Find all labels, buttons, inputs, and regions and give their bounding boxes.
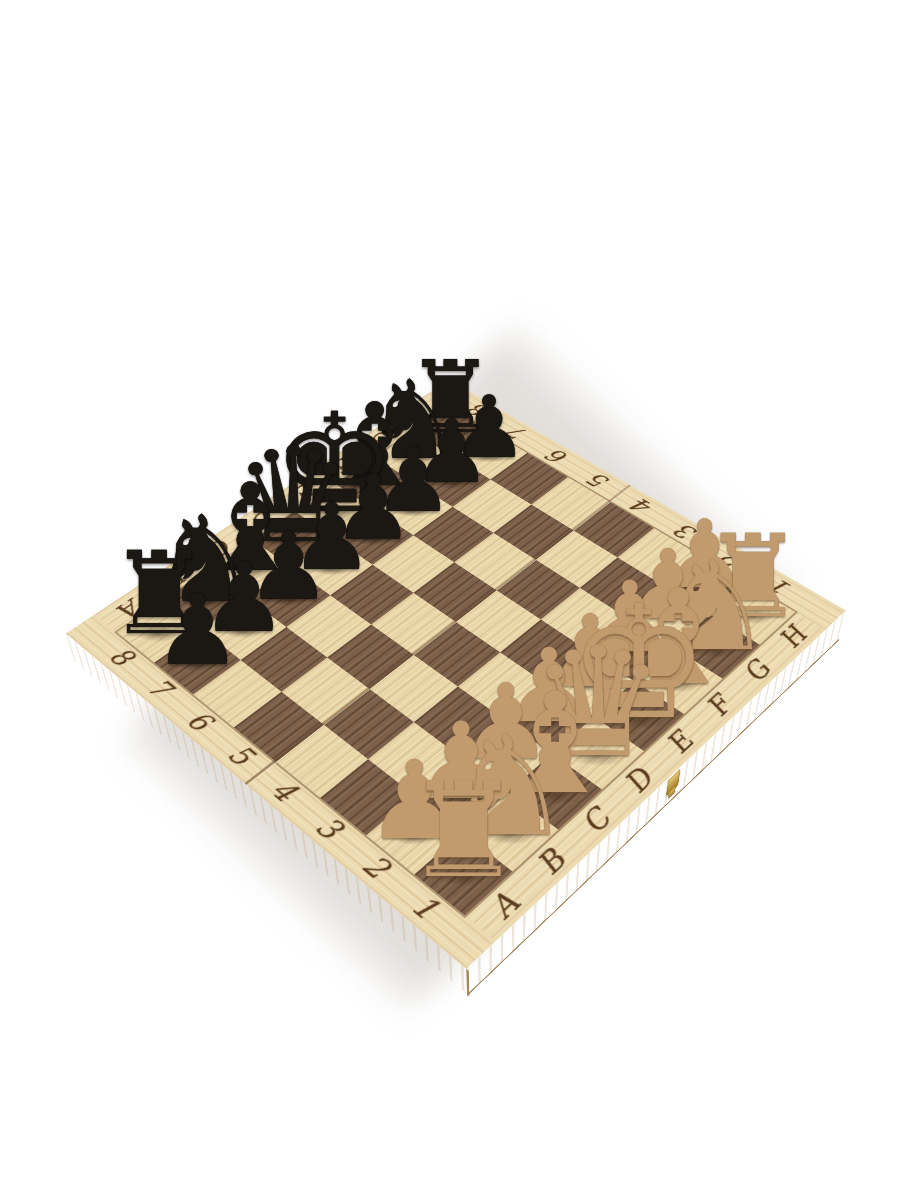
coord-file-f-near: F [700,692,738,720]
square-anchor [414,687,504,757]
square-e2[interactable] [546,650,634,717]
square-b4[interactable] [324,689,414,759]
square-anchor [500,619,586,683]
board-surface: AABBCCDDEEFFGGHH8877665544332211 [66,380,846,969]
square-c1[interactable] [508,754,602,830]
square-anchor [508,754,602,830]
square-anchor [193,660,281,727]
square-anchor [504,684,594,754]
square-anchor [276,725,368,798]
square-anchor [324,689,414,759]
square-a7[interactable] [154,630,240,695]
square-anchor [587,617,673,681]
square-b5[interactable] [281,657,369,724]
square-anchor [634,647,722,714]
square-c3[interactable] [414,687,504,757]
square-anchor [414,622,500,687]
square-b6[interactable] [241,627,327,692]
square-a3[interactable] [320,759,414,835]
square-anchor [594,681,684,751]
square-b1[interactable] [462,792,558,871]
square-anchor [234,692,324,762]
square-e1[interactable] [594,681,684,751]
coord-rank-1-left: 1 [405,891,444,925]
coordinate-band-near [435,593,846,969]
coord-rank-3-left: 3 [309,813,347,844]
coord-rank-5-left: 5 [222,741,259,770]
square-a5[interactable] [234,692,324,762]
square-anchor [414,832,512,915]
coordinate-band-left [66,614,496,969]
board-pose: AABBCCDDEEFFGGHH8877665544332211 [172,338,740,906]
square-anchor [370,655,458,722]
square-anchor [366,795,462,874]
square-anchor [320,759,414,835]
square-anchor [552,717,644,790]
square-anchor [154,630,240,695]
square-c5[interactable] [327,625,413,690]
square-anchor [458,652,546,719]
square-a6[interactable] [193,660,281,727]
product-photo-scene: AABBCCDDEEFFGGHH8877665544332211 ♜♞♝♛♚♝♞… [0,0,900,1200]
square-anchor [414,756,508,832]
square-anchor [241,627,327,692]
square-anchor [673,614,759,678]
square-d4[interactable] [414,622,500,687]
coord-rank-4-left: 4 [265,776,302,806]
coord-rank-8-left: 8 [103,644,138,670]
square-d2[interactable] [504,684,594,754]
board-grid [117,407,796,915]
square-anchor [327,625,413,690]
square-a1[interactable] [414,832,512,915]
square-d1[interactable] [552,717,644,790]
chess-board: AABBCCDDEEFFGGHH8877665544332211 [66,380,846,969]
square-a4[interactable] [276,725,368,798]
square-anchor [546,650,634,717]
coord-rank-7-left: 7 [141,675,177,702]
square-a2[interactable] [366,795,462,874]
square-anchor [460,719,552,792]
square-c2[interactable] [460,719,552,792]
coord-rank-6-left: 6 [181,708,217,736]
square-f2[interactable] [587,617,673,681]
square-e3[interactable] [500,619,586,683]
square-f1[interactable] [634,647,722,714]
square-c4[interactable] [370,655,458,722]
square-d3[interactable] [458,652,546,719]
square-anchor [368,722,460,795]
square-b3[interactable] [368,722,460,795]
square-anchor [281,657,369,724]
coord-rank-2-left: 2 [356,851,395,884]
square-g1[interactable] [673,614,759,678]
square-b2[interactable] [414,756,508,832]
square-anchor [462,792,558,871]
